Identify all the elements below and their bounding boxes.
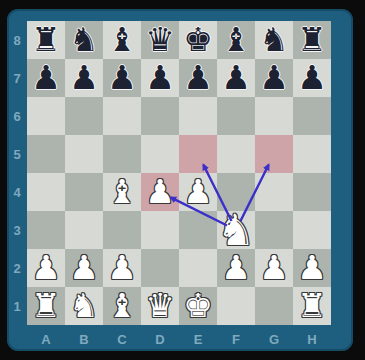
piece-black-queen[interactable]: ♛ (141, 21, 179, 59)
square-d6[interactable] (141, 97, 179, 135)
square-b5[interactable] (65, 135, 103, 173)
square-b2[interactable]: ♟ (65, 249, 103, 287)
piece-black-pawn[interactable]: ♟ (141, 59, 179, 97)
piece-white-pawn[interactable]: ♟ (141, 173, 179, 211)
piece-white-king[interactable]: ♚ (179, 287, 217, 325)
piece-black-rook[interactable]: ♜ (27, 21, 65, 59)
square-d1[interactable]: ♛ (141, 287, 179, 325)
square-h1[interactable]: ♜ (293, 287, 331, 325)
square-a6[interactable] (27, 97, 65, 135)
rank-label-3: 3 (7, 211, 27, 249)
piece-black-pawn[interactable]: ♟ (179, 59, 217, 97)
square-h7[interactable]: ♟ (293, 59, 331, 97)
square-d4[interactable]: ♟ (141, 173, 179, 211)
square-g4[interactable] (255, 173, 293, 211)
piece-black-pawn[interactable]: ♟ (103, 59, 141, 97)
rank-label-5: 5 (7, 135, 27, 173)
square-g6[interactable] (255, 97, 293, 135)
piece-black-pawn[interactable]: ♟ (293, 59, 331, 97)
square-g5[interactable] (255, 135, 293, 173)
rank-label-2: 2 (7, 249, 27, 287)
file-label-c: C (103, 329, 141, 349)
rank-label-4: 4 (7, 173, 27, 211)
square-c2[interactable]: ♟ (103, 249, 141, 287)
square-h6[interactable] (293, 97, 331, 135)
piece-black-rook[interactable]: ♜ (293, 21, 331, 59)
square-h4[interactable] (293, 173, 331, 211)
square-e4[interactable]: ♟ (179, 173, 217, 211)
square-b8[interactable]: ♞ (65, 21, 103, 59)
piece-black-bishop[interactable]: ♝ (217, 21, 255, 59)
file-label-a: A (27, 329, 65, 349)
square-a3[interactable] (27, 211, 65, 249)
piece-black-bishop[interactable]: ♝ (103, 21, 141, 59)
square-e5[interactable] (179, 135, 217, 173)
piece-white-bishop[interactable]: ♝ (103, 287, 141, 325)
square-h2[interactable]: ♟ (293, 249, 331, 287)
piece-white-pawn[interactable]: ♟ (255, 249, 293, 287)
square-c1[interactable]: ♝ (103, 287, 141, 325)
square-d5[interactable] (141, 135, 179, 173)
piece-black-knight[interactable]: ♞ (255, 21, 293, 59)
square-f7[interactable]: ♟ (217, 59, 255, 97)
square-g7[interactable]: ♟ (255, 59, 293, 97)
square-c6[interactable] (103, 97, 141, 135)
piece-white-knight[interactable]: ♞ (65, 287, 103, 325)
rank-label-8: 8 (7, 21, 27, 59)
square-f5[interactable] (217, 135, 255, 173)
square-c3[interactable] (103, 211, 141, 249)
piece-white-queen[interactable]: ♛ (141, 287, 179, 325)
rank-label-7: 7 (7, 59, 27, 97)
rank-labels: 87654321 (7, 21, 27, 325)
file-label-g: G (255, 329, 293, 349)
square-e6[interactable] (179, 97, 217, 135)
square-g1[interactable] (255, 287, 293, 325)
square-a7[interactable]: ♟ (27, 59, 65, 97)
square-d3[interactable] (141, 211, 179, 249)
square-a4[interactable] (27, 173, 65, 211)
file-label-b: B (65, 329, 103, 349)
square-e7[interactable]: ♟ (179, 59, 217, 97)
square-h8[interactable]: ♜ (293, 21, 331, 59)
square-d8[interactable]: ♛ (141, 21, 179, 59)
square-d2[interactable] (141, 249, 179, 287)
square-e2[interactable] (179, 249, 217, 287)
piece-black-knight[interactable]: ♞ (65, 21, 103, 59)
square-h5[interactable] (293, 135, 331, 173)
square-g8[interactable]: ♞ (255, 21, 293, 59)
square-c7[interactable]: ♟ (103, 59, 141, 97)
square-b3[interactable] (65, 211, 103, 249)
square-f2[interactable]: ♟ (217, 249, 255, 287)
square-g2[interactable]: ♟ (255, 249, 293, 287)
square-c5[interactable] (103, 135, 141, 173)
piece-black-pawn[interactable]: ♟ (217, 59, 255, 97)
square-a1[interactable]: ♜ (27, 287, 65, 325)
piece-white-pawn[interactable]: ♟ (217, 249, 255, 287)
piece-white-pawn[interactable]: ♟ (65, 249, 103, 287)
piece-black-pawn[interactable]: ♟ (255, 59, 293, 97)
square-h3[interactable] (293, 211, 331, 249)
piece-white-pawn[interactable]: ♟ (179, 173, 217, 211)
piece-white-rook[interactable]: ♜ (27, 287, 65, 325)
square-g3[interactable] (255, 211, 293, 249)
square-b4[interactable] (65, 173, 103, 211)
rank-label-6: 6 (7, 97, 27, 135)
square-e3[interactable] (179, 211, 217, 249)
piece-white-knight[interactable]: ♞ (217, 211, 255, 249)
piece-white-pawn[interactable]: ♟ (27, 249, 65, 287)
file-label-h: H (293, 329, 331, 349)
piece-white-pawn[interactable]: ♟ (103, 249, 141, 287)
square-a5[interactable] (27, 135, 65, 173)
square-f3[interactable]: ♞ (217, 211, 255, 249)
square-c4[interactable]: ♝ (103, 173, 141, 211)
piece-black-pawn[interactable]: ♟ (27, 59, 65, 97)
piece-white-bishop[interactable]: ♝ (103, 173, 141, 211)
piece-black-pawn[interactable]: ♟ (65, 59, 103, 97)
piece-white-pawn[interactable]: ♟ (293, 249, 331, 287)
square-c8[interactable]: ♝ (103, 21, 141, 59)
square-f6[interactable] (217, 97, 255, 135)
square-b7[interactable]: ♟ (65, 59, 103, 97)
square-b1[interactable]: ♞ (65, 287, 103, 325)
square-d7[interactable]: ♟ (141, 59, 179, 97)
file-label-f: F (217, 329, 255, 349)
rank-label-1: 1 (7, 287, 27, 325)
chess-app: 87654321 ABCDEFGH ♜♞♝♛♚♝♞♜♟♟♟♟♟♟♟♟♝♟♟♞♟♟… (0, 0, 365, 360)
chess-board: ♜♞♝♛♚♝♞♜♟♟♟♟♟♟♟♟♝♟♟♞♟♟♟♟♟♟♜♞♝♛♚♜ (27, 21, 331, 325)
file-label-e: E (179, 329, 217, 349)
file-labels: ABCDEFGH (27, 329, 331, 349)
piece-white-rook[interactable]: ♜ (293, 287, 331, 325)
square-a2[interactable]: ♟ (27, 249, 65, 287)
square-b6[interactable] (65, 97, 103, 135)
piece-black-king[interactable]: ♚ (179, 21, 217, 59)
file-label-d: D (141, 329, 179, 349)
square-e8[interactable]: ♚ (179, 21, 217, 59)
square-a8[interactable]: ♜ (27, 21, 65, 59)
square-f1[interactable] (217, 287, 255, 325)
square-f8[interactable]: ♝ (217, 21, 255, 59)
square-e1[interactable]: ♚ (179, 287, 217, 325)
